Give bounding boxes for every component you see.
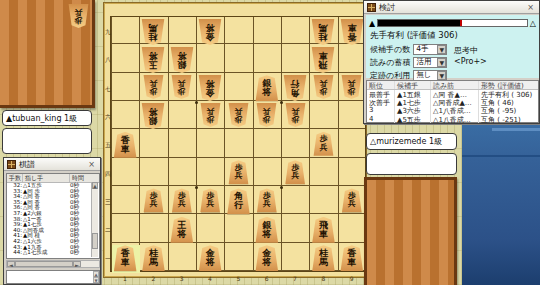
piece-銀将-6-7[interactable]: 銀将 [255, 75, 279, 101]
shogi-board[interactable]: 九八七六五四三二一123456789香車桂馬金将金将桂馬香車飛車銀将王将歩兵歩兵… [103, 2, 367, 278]
file-label: 7 [281, 275, 309, 282]
piece-桂馬-8-1[interactable]: 桂馬 [311, 245, 335, 271]
candidate-cell: △同 香▲… [431, 90, 479, 98]
candidate-cell: 次善手 [367, 98, 395, 106]
file-label: 3 [168, 275, 196, 282]
piece-飛車-8-2[interactable]: 飛車 [311, 217, 335, 243]
piece-歩兵-5-4[interactable]: 歩兵 [228, 160, 249, 184]
piece-歩兵-2-7[interactable]: 歩兵 [143, 75, 164, 99]
evaluation-bar [377, 19, 528, 27]
chevron-down-icon: ▼ [437, 45, 446, 54]
engine-level: <Pro+> [454, 57, 487, 66]
candidate-row[interactable]: 次善手▲1七歩△同香成▲…互角 ( 46) [367, 98, 538, 106]
sente-mark: ▲ [369, 19, 375, 28]
rank-label: 四 [105, 170, 111, 179]
star-point [280, 186, 283, 189]
scrollbar-thumb [15, 261, 73, 267]
chevron-down-icon: ▼ [437, 71, 446, 80]
piece-歩兵-9-3[interactable]: 歩兵 [341, 188, 362, 212]
gote-mark: △ [530, 19, 536, 28]
board-icon [7, 160, 16, 169]
kifu-horizontal-scrollbar[interactable]: ◄ ► [6, 260, 100, 268]
piece-歩兵-7-4[interactable]: 歩兵 [285, 160, 306, 184]
piece-香車-9-9[interactable]: 香車 [340, 19, 364, 45]
candidate-cell: ▲1五銀 [395, 90, 431, 98]
analysis-titlebar[interactable]: 検討 × [364, 1, 539, 14]
board-grid[interactable]: 九八七六五四三二一123456789香車桂馬金将金将桂馬香車飛車銀将王将歩兵歩兵… [110, 16, 366, 272]
rank-label: 八 [105, 56, 111, 65]
piece-桂馬-2-1[interactable]: 桂馬 [141, 245, 165, 271]
rank-label: 三 [105, 198, 111, 207]
chevron-down-icon: ▼ [437, 58, 446, 67]
candidate-cell: 互角 ( -95) [479, 106, 538, 114]
piece-桂馬-2-9[interactable]: 桂馬 [141, 19, 165, 45]
piece-金将-4-9[interactable]: 金将 [198, 19, 222, 45]
scroll-up-icon: ▲ [92, 182, 98, 189]
candidate-col-header: 候補手 [395, 81, 431, 89]
piece-香車-1-5[interactable]: 香車 [113, 132, 137, 158]
gote-name-plate: △murizemede 1級 [366, 133, 457, 150]
option-candidates: 候補手の数 4手▼ [370, 43, 447, 55]
rank-label: 九 [105, 28, 111, 37]
rank-label: 一 [105, 255, 111, 264]
analysis-panel: ▲ △ 先手有利 (評価値 306) 候補手の数 4手▼ 読みの蓄積 活用▼ [366, 15, 539, 78]
candidate-header-row: 順位候補手読み筋形勢 (評価値) [367, 81, 538, 90]
file-label: 4 [196, 275, 224, 282]
candidate-cell: 3 [367, 106, 395, 114]
piece-歩兵-4-6[interactable]: 歩兵 [200, 103, 221, 127]
piece-歩兵-7-6[interactable]: 歩兵 [285, 103, 306, 127]
candidate-row[interactable]: 4▲5五歩△1八香成…互角 ( -251) [367, 115, 538, 123]
piece-歩兵-8-5[interactable]: 歩兵 [313, 132, 334, 156]
candidate-cell: △1八香成… [431, 115, 479, 123]
sente-hand-box [2, 128, 92, 154]
candidate-cell: 4 [367, 115, 395, 123]
screen: 九八七六五四三二一123456789香車桂馬金将金将桂馬香車飛車銀将王将歩兵歩兵… [0, 0, 540, 285]
analysis-window: 検討 × ▲ △ 先手有利 (評価値 306) 候補手の数 4手▼ 読みの蓄積 [363, 0, 540, 124]
file-label: 2 [139, 275, 167, 282]
kifu-col-header: 時間 [70, 174, 88, 182]
candidate-cell: 先手有利 ( 306) [479, 90, 538, 98]
thinking-status: 思考中 [454, 45, 478, 56]
piece-銀将-2-6[interactable]: 銀将 [141, 103, 165, 129]
close-icon[interactable]: × [86, 160, 97, 169]
file-label: 8 [309, 275, 337, 282]
piece-玉将-2-8[interactable]: 玉将 [141, 47, 165, 73]
piece-飛車-8-8[interactable]: 飛車 [311, 47, 335, 73]
star-point [195, 186, 198, 189]
candidate-cell: ▲5五歩 [395, 115, 431, 123]
evaluation-text: 先手有利 (評価値 306) [370, 30, 458, 42]
kifu-title: 棋譜 [19, 159, 83, 170]
scroll-left-icon: ◄ [7, 261, 15, 267]
kifu-comment-box[interactable]: ▲ ▼ [6, 270, 100, 284]
piece-金将-4-7[interactable]: 金将 [198, 75, 222, 101]
sente-name-plate: ▲tubuan_king 1級 [2, 110, 92, 126]
scroll-down-icon: ▼ [93, 277, 99, 283]
piece-歩兵-5-6[interactable]: 歩兵 [228, 103, 249, 127]
candidate-cell: △同香成▲… [431, 98, 479, 106]
candidate-cell: △1八香成… [431, 106, 479, 114]
piece-歩兵-hand-s[interactable]: 歩兵 [68, 4, 89, 28]
option-accumulate: 読みの蓄積 活用▼ [370, 56, 447, 68]
kifu-col-header: 手数 [7, 174, 23, 182]
rank-label: 六 [105, 113, 111, 122]
gote-hand-box [366, 153, 457, 175]
star-point [280, 101, 283, 104]
joseki-dropdown[interactable]: 無し▼ [413, 70, 447, 81]
candidate-row[interactable]: 最善手▲1五銀△同 香▲…先手有利 ( 306) [367, 90, 538, 98]
scrollbar-thumb [92, 233, 98, 249]
piece-歩兵-4-3[interactable]: 歩兵 [200, 188, 221, 212]
piece-歩兵-6-6[interactable]: 歩兵 [256, 103, 277, 127]
file-label: 6 [253, 275, 281, 282]
candidate-row[interactable]: 3▲3六歩△1八香成…互角 ( -95) [367, 106, 538, 114]
star-point [195, 101, 198, 104]
piece-歩兵-2-3[interactable]: 歩兵 [143, 188, 164, 212]
accumulate-dropdown[interactable]: 活用▼ [413, 57, 447, 68]
piece-歩兵-8-7[interactable]: 歩兵 [313, 75, 334, 99]
candidates-dropdown[interactable]: 4手▼ [413, 44, 447, 55]
kifu-move-row[interactable]: 44:△1七歩成0秒 [7, 250, 99, 256]
close-icon[interactable]: × [525, 3, 536, 12]
piece-銀将-6-2[interactable]: 銀将 [255, 217, 279, 243]
piece-歩兵-9-7[interactable]: 歩兵 [341, 75, 362, 99]
candidate-cell: 互角 ( 46) [479, 98, 538, 106]
komadai-sente[interactable]: 歩兵 [0, 0, 95, 108]
candidate-col-header: 順位 [367, 81, 395, 89]
kifu-window: 棋譜 × 手数指し手時間32:△1五歩0秒33:▲同 歩0秒34:△同 香0秒3… [3, 157, 101, 285]
kifu-titlebar[interactable]: 棋譜 × [4, 158, 100, 171]
piece-歩兵-6-3[interactable]: 歩兵 [256, 188, 277, 212]
kifu-cell: 44: [7, 250, 23, 256]
candidate-col-header: 読み筋 [431, 81, 479, 89]
candidate-cell: ▲1七歩 [395, 98, 431, 106]
piece-歩兵-3-3[interactable]: 歩兵 [171, 188, 192, 212]
file-label: 5 [224, 275, 252, 282]
kifu-cell: △1七歩成 [23, 250, 70, 256]
rank-label: 二 [105, 226, 111, 235]
piece-金将-6-1[interactable]: 金将 [255, 245, 279, 271]
candidate-cell: 互角 ( -251) [479, 115, 538, 123]
candidate-moves-table[interactable]: 順位候補手読み筋形勢 (評価値)最善手▲1五銀△同 香▲…先手有利 ( 306)… [366, 80, 539, 123]
kifu-vertical-scrollbar[interactable]: ▲ [91, 182, 98, 257]
piece-角行-7-7[interactable]: 角行 [283, 75, 307, 101]
piece-角行-5-3[interactable]: 角行 [226, 188, 250, 214]
piece-桂馬-8-9[interactable]: 桂馬 [311, 19, 335, 45]
desktop-highlight [492, 128, 540, 131]
piece-香車-9-1[interactable]: 香車 [340, 245, 364, 271]
file-label: 9 [338, 275, 366, 282]
candidate-col-header: 形勢 (評価値) [479, 81, 538, 89]
piece-金将-4-1[interactable]: 金将 [198, 245, 222, 271]
piece-銀将-3-8[interactable]: 銀将 [170, 47, 194, 73]
kifu-cell: 0秒 [70, 250, 88, 256]
kifu-col-header: 指し手 [23, 174, 70, 182]
rank-label: 七 [105, 85, 111, 94]
file-label: 1 [111, 275, 139, 282]
komadai-gote[interactable] [364, 177, 457, 285]
rank-label: 五 [105, 141, 111, 150]
scroll-right-icon: ► [73, 261, 81, 267]
board-icon [367, 3, 376, 12]
candidate-cell: ▲3六歩 [395, 106, 431, 114]
piece-歩兵-3-7[interactable]: 歩兵 [171, 75, 192, 99]
piece-王将-3-2[interactable]: 王将 [170, 217, 194, 243]
move-list[interactable]: 手数指し手時間32:△1五歩0秒33:▲同 歩0秒34:△同 香0秒35:▲同 … [6, 173, 100, 259]
candidate-cell: 最善手 [367, 90, 395, 98]
desktop-seam [462, 155, 540, 157]
analysis-title: 検討 [379, 2, 522, 13]
